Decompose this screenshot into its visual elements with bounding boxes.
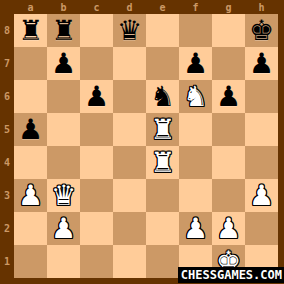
file-label-e: e [146, 0, 179, 14]
piece-black-pawn[interactable]: ♟ [179, 47, 212, 80]
piece-white-pawn[interactable]: ♟ [179, 212, 212, 245]
square-e7[interactable] [146, 47, 179, 80]
square-g6[interactable]: ♟ [212, 80, 245, 113]
square-b5[interactable] [47, 113, 80, 146]
piece-black-queen[interactable]: ♛ [113, 14, 146, 47]
square-b2[interactable]: ♟ [47, 212, 80, 245]
square-c5[interactable] [80, 113, 113, 146]
square-b4[interactable] [47, 146, 80, 179]
square-c8[interactable] [80, 14, 113, 47]
piece-white-rook[interactable]: ♜ [146, 146, 179, 179]
piece-white-pawn[interactable]: ♟ [47, 212, 80, 245]
file-label-b: b [47, 0, 80, 14]
piece-black-pawn[interactable]: ♟ [47, 47, 80, 80]
piece-white-pawn[interactable]: ♟ [245, 179, 278, 212]
square-d7[interactable] [113, 47, 146, 80]
square-c1[interactable] [80, 245, 113, 278]
square-g5[interactable] [212, 113, 245, 146]
file-label-a: a [14, 0, 47, 14]
square-a3[interactable]: ♟ [14, 179, 47, 212]
square-d2[interactable] [113, 212, 146, 245]
square-h7[interactable]: ♟ [245, 47, 278, 80]
square-d1[interactable] [113, 245, 146, 278]
square-f4[interactable] [179, 146, 212, 179]
square-e8[interactable] [146, 14, 179, 47]
square-e2[interactable] [146, 212, 179, 245]
piece-white-knight[interactable]: ♞ [179, 80, 212, 113]
square-b1[interactable] [47, 245, 80, 278]
piece-black-pawn[interactable]: ♟ [14, 113, 47, 146]
site-watermark: CHESSGAMES.COM [178, 267, 284, 283]
square-h6[interactable] [245, 80, 278, 113]
square-e1[interactable] [146, 245, 179, 278]
piece-black-knight[interactable]: ♞ [146, 80, 179, 113]
chess-diagram: abcdefgh 87654321 ♜♜♛♚♟♟♟♟♞♞♟♟♜♜♟♛♟♟♟♟♚ … [0, 0, 284, 284]
square-a6[interactable] [14, 80, 47, 113]
square-g4[interactable] [212, 146, 245, 179]
piece-black-pawn[interactable]: ♟ [245, 47, 278, 80]
square-h8[interactable]: ♚ [245, 14, 278, 47]
chess-board: ♜♜♛♚♟♟♟♟♞♞♟♟♜♜♟♛♟♟♟♟♚ [14, 14, 278, 278]
piece-black-king[interactable]: ♚ [245, 14, 278, 47]
rank-label-6: 6 [0, 80, 14, 113]
rank-label-5: 5 [0, 113, 14, 146]
file-label-g: g [212, 0, 245, 14]
square-f2[interactable]: ♟ [179, 212, 212, 245]
square-g7[interactable] [212, 47, 245, 80]
piece-black-pawn[interactable]: ♟ [80, 80, 113, 113]
square-f8[interactable] [179, 14, 212, 47]
square-c4[interactable] [80, 146, 113, 179]
rank-label-3: 3 [0, 179, 14, 212]
square-c2[interactable] [80, 212, 113, 245]
square-b3[interactable]: ♛ [47, 179, 80, 212]
square-e4[interactable]: ♜ [146, 146, 179, 179]
square-b8[interactable]: ♜ [47, 14, 80, 47]
square-e6[interactable]: ♞ [146, 80, 179, 113]
square-a5[interactable]: ♟ [14, 113, 47, 146]
piece-black-rook[interactable]: ♜ [14, 14, 47, 47]
square-f6[interactable]: ♞ [179, 80, 212, 113]
square-a4[interactable] [14, 146, 47, 179]
square-c3[interactable] [80, 179, 113, 212]
square-g8[interactable] [212, 14, 245, 47]
square-f5[interactable] [179, 113, 212, 146]
square-c6[interactable]: ♟ [80, 80, 113, 113]
square-d3[interactable] [113, 179, 146, 212]
file-labels: abcdefgh [14, 0, 278, 14]
square-h4[interactable] [245, 146, 278, 179]
square-f7[interactable]: ♟ [179, 47, 212, 80]
piece-white-pawn[interactable]: ♟ [14, 179, 47, 212]
square-d4[interactable] [113, 146, 146, 179]
square-h2[interactable] [245, 212, 278, 245]
rank-labels: 87654321 [0, 14, 14, 278]
square-b7[interactable]: ♟ [47, 47, 80, 80]
square-e5[interactable]: ♜ [146, 113, 179, 146]
square-g2[interactable]: ♟ [212, 212, 245, 245]
piece-white-queen[interactable]: ♛ [47, 179, 80, 212]
square-b6[interactable] [47, 80, 80, 113]
rank-label-8: 8 [0, 14, 14, 47]
square-f3[interactable] [179, 179, 212, 212]
square-a7[interactable] [14, 47, 47, 80]
square-d8[interactable]: ♛ [113, 14, 146, 47]
piece-white-pawn[interactable]: ♟ [212, 212, 245, 245]
piece-white-rook[interactable]: ♜ [146, 113, 179, 146]
rank-label-4: 4 [0, 146, 14, 179]
square-h3[interactable]: ♟ [245, 179, 278, 212]
square-e3[interactable] [146, 179, 179, 212]
piece-black-rook[interactable]: ♜ [47, 14, 80, 47]
file-label-d: d [113, 0, 146, 14]
square-d6[interactable] [113, 80, 146, 113]
file-label-h: h [245, 0, 278, 14]
square-h5[interactable] [245, 113, 278, 146]
rank-label-1: 1 [0, 245, 14, 278]
square-g3[interactable] [212, 179, 245, 212]
square-a2[interactable] [14, 212, 47, 245]
rank-label-2: 2 [0, 212, 14, 245]
square-a1[interactable] [14, 245, 47, 278]
piece-black-pawn[interactable]: ♟ [212, 80, 245, 113]
square-c7[interactable] [80, 47, 113, 80]
square-a8[interactable]: ♜ [14, 14, 47, 47]
file-label-f: f [179, 0, 212, 14]
square-d5[interactable] [113, 113, 146, 146]
rank-label-7: 7 [0, 47, 14, 80]
file-label-c: c [80, 0, 113, 14]
